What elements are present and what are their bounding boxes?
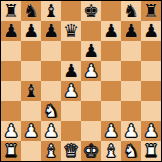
square-b7[interactable]: ♟ (21, 21, 41, 41)
square-f7[interactable]: ♟ (101, 21, 121, 41)
black-pawn: ♟ (43, 21, 59, 41)
black-pawn: ♟ (143, 21, 159, 41)
white-bishop: ♝ (43, 141, 59, 161)
square-b6[interactable] (21, 41, 41, 61)
square-a6[interactable] (1, 41, 21, 61)
square-h7[interactable]: ♟ (141, 21, 161, 41)
white-pawn: ♟ (23, 121, 39, 141)
square-a3[interactable] (1, 101, 21, 121)
square-c7[interactable]: ♟ (41, 21, 61, 41)
square-e4[interactable] (81, 81, 101, 101)
square-f4[interactable] (101, 81, 121, 101)
square-f2[interactable]: ♟ (101, 121, 121, 141)
square-e2[interactable] (81, 121, 101, 141)
white-pawn: ♟ (103, 121, 119, 141)
black-pawn: ♟ (123, 21, 139, 41)
square-b8[interactable]: ♞ (21, 1, 41, 21)
square-g2[interactable]: ♟ (121, 121, 141, 141)
square-g4[interactable] (121, 81, 141, 101)
square-g7[interactable]: ♟ (121, 21, 141, 41)
black-rook: ♜ (3, 1, 19, 21)
white-rook: ♜ (3, 141, 19, 161)
black-king: ♚ (83, 1, 99, 21)
black-bishop: ♝ (43, 1, 59, 21)
white-knight: ♞ (123, 141, 139, 161)
square-c2[interactable]: ♟ (41, 121, 61, 141)
square-c3[interactable]: ♞ (41, 101, 61, 121)
square-e8[interactable]: ♚ (81, 1, 101, 21)
chess-board-grid: ♜♞♝♚♞♜♟♟♟♛♟♟♟♟♟♟♝♟♞♟♟♟♟♟♟♜♝♛♚♝♞♜ (1, 1, 161, 161)
black-rook: ♜ (143, 1, 159, 21)
square-b4[interactable]: ♝ (21, 81, 41, 101)
square-a8[interactable]: ♜ (1, 1, 21, 21)
square-h2[interactable]: ♟ (141, 121, 161, 141)
square-b3[interactable] (21, 101, 41, 121)
square-f5[interactable] (101, 61, 121, 81)
square-f1[interactable]: ♝ (101, 141, 121, 161)
square-c5[interactable] (41, 61, 61, 81)
square-g5[interactable] (121, 61, 141, 81)
white-pawn: ♟ (143, 121, 159, 141)
square-g3[interactable] (121, 101, 141, 121)
square-b1[interactable] (21, 141, 41, 161)
white-pawn: ♟ (63, 81, 79, 101)
black-pawn: ♟ (83, 41, 99, 61)
square-a1[interactable]: ♜ (1, 141, 21, 161)
white-rook: ♜ (143, 141, 159, 161)
square-d3[interactable] (61, 101, 81, 121)
square-d1[interactable]: ♛ (61, 141, 81, 161)
square-e3[interactable] (81, 101, 101, 121)
black-bishop: ♝ (23, 81, 39, 101)
square-g6[interactable] (121, 41, 141, 61)
black-pawn: ♟ (103, 21, 119, 41)
square-d8[interactable] (61, 1, 81, 21)
white-bishop: ♝ (103, 141, 119, 161)
square-h5[interactable] (141, 61, 161, 81)
white-knight: ♞ (43, 101, 59, 121)
square-d2[interactable] (61, 121, 81, 141)
black-pawn: ♟ (3, 21, 19, 41)
white-king: ♚ (83, 141, 99, 161)
black-pawn: ♟ (23, 21, 39, 41)
square-a7[interactable]: ♟ (1, 21, 21, 41)
black-queen: ♛ (63, 21, 79, 41)
square-e5[interactable]: ♟ (81, 61, 101, 81)
black-pawn: ♟ (63, 61, 79, 81)
square-f8[interactable] (101, 1, 121, 21)
black-knight: ♞ (123, 1, 139, 21)
square-d7[interactable]: ♛ (61, 21, 81, 41)
square-b5[interactable] (21, 61, 41, 81)
square-h3[interactable] (141, 101, 161, 121)
square-h1[interactable]: ♜ (141, 141, 161, 161)
square-f6[interactable] (101, 41, 121, 61)
square-c8[interactable]: ♝ (41, 1, 61, 21)
square-c6[interactable] (41, 41, 61, 61)
square-g1[interactable]: ♞ (121, 141, 141, 161)
white-queen: ♛ (63, 141, 79, 161)
square-h6[interactable] (141, 41, 161, 61)
white-pawn: ♟ (3, 121, 19, 141)
chess-board: ♜♞♝♚♞♜♟♟♟♛♟♟♟♟♟♟♝♟♞♟♟♟♟♟♟♜♝♛♚♝♞♜ (0, 0, 162, 162)
square-g8[interactable]: ♞ (121, 1, 141, 21)
square-c1[interactable]: ♝ (41, 141, 61, 161)
square-f3[interactable] (101, 101, 121, 121)
square-d4[interactable]: ♟ (61, 81, 81, 101)
square-e1[interactable]: ♚ (81, 141, 101, 161)
white-pawn: ♟ (43, 121, 59, 141)
black-knight: ♞ (23, 1, 39, 21)
square-c4[interactable] (41, 81, 61, 101)
white-pawn: ♟ (83, 61, 99, 81)
square-a4[interactable] (1, 81, 21, 101)
square-b2[interactable]: ♟ (21, 121, 41, 141)
white-pawn: ♟ (123, 121, 139, 141)
square-d5[interactable]: ♟ (61, 61, 81, 81)
square-a2[interactable]: ♟ (1, 121, 21, 141)
square-d6[interactable] (61, 41, 81, 61)
square-e6[interactable]: ♟ (81, 41, 101, 61)
square-e7[interactable] (81, 21, 101, 41)
square-a5[interactable] (1, 61, 21, 81)
square-h8[interactable]: ♜ (141, 1, 161, 21)
square-h4[interactable] (141, 81, 161, 101)
